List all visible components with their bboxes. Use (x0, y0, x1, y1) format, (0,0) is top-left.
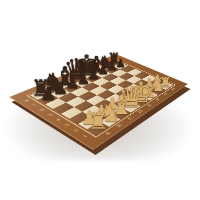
piece-white-rook-a1[interactable]: ♜ (88, 110, 109, 133)
scene: ABCDEFGH12345678 ♜♞♝♛♚♝♞♜♟♟♟♟♟♟♟♟♟♟♟♟♟♟♟… (0, 0, 200, 200)
piece-black-pawn-a7[interactable]: ♟ (40, 85, 56, 103)
pieces-layer: ♜♞♝♛♚♝♞♜♟♟♟♟♟♟♟♟♟♟♟♟♟♟♟♟♜♞♝♛♚♝♞♜ (0, 0, 200, 200)
